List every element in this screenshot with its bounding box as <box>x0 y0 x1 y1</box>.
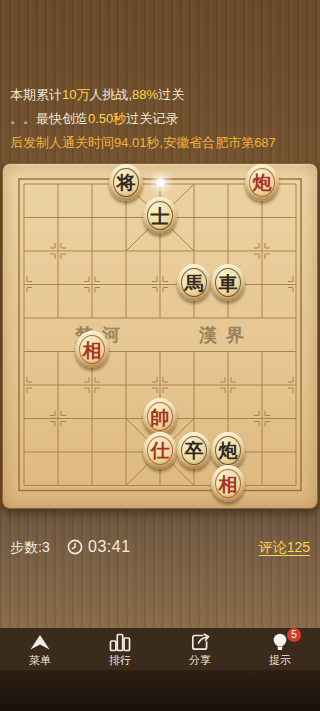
xiangqi-board[interactable]: 楚河 漢界 将炮士馬車相帥仕卒炮相 <box>2 163 318 509</box>
footer-dark-area <box>0 670 320 711</box>
game-screen: 本期累计10万人挑战,88%过关 。。最快创造0.50秒过关记录 后发制人通关时… <box>0 0 320 711</box>
comments-link[interactable]: 评论125 <box>259 536 310 558</box>
piece-character: 炮 <box>219 440 238 460</box>
ticker-highlight: 0.50秒 <box>88 111 126 126</box>
nav-item-share[interactable]: 分享 <box>160 628 240 670</box>
piece-character: 炮 <box>253 172 272 192</box>
ticker-text: 本期累计 <box>10 87 62 102</box>
steps-counter: 步数:3 <box>10 536 50 558</box>
ticker-line-record: 。。最快创造0.50秒过关记录 <box>0 107 320 131</box>
nav-label: 菜单 <box>29 653 51 667</box>
ticker-text: 人挑战, <box>89 87 132 102</box>
nav-item-menu[interactable]: 菜单 <box>0 628 80 670</box>
nav-item-hint[interactable]: 5 提示 <box>240 628 320 670</box>
piece-black-炮[interactable]: 炮 <box>211 432 245 469</box>
ticker-line-player-result: 后发制人通关时间94.01秒,安徽省合肥市第687 <box>0 131 320 155</box>
piece-character: 士 <box>151 206 170 226</box>
nav-label: 排行 <box>109 653 131 667</box>
piece-character: 馬 <box>185 273 204 293</box>
share-icon <box>190 632 211 652</box>
piece-character: 仕 <box>151 440 170 460</box>
ticker-highlight: 88% <box>132 87 158 102</box>
pieces-layer: 将炮士馬車相帥仕卒炮相 <box>7 168 313 503</box>
piece-red-相[interactable]: 相 <box>211 465 245 502</box>
ranking-chart-icon <box>109 632 131 652</box>
nav-label: 提示 <box>269 653 291 667</box>
wood-background-bottom <box>0 509 320 628</box>
ticker-text: 过关 <box>158 87 184 102</box>
ticker-line-challenge: 本期累计10万人挑战,88%过关 <box>0 83 320 107</box>
status-bar: 步数:3 03:41 评论125 <box>0 536 320 558</box>
ticker-highlight: 10万 <box>62 87 89 102</box>
piece-black-車[interactable]: 車 <box>211 264 245 301</box>
hint-count-badge: 5 <box>287 628 301 642</box>
piece-red-帥[interactable]: 帥 <box>143 398 177 435</box>
piece-character: 相 <box>219 474 238 494</box>
bottom-nav-bar: 菜单 排行 分享 <box>0 628 320 670</box>
hint-bulb-icon: 5 <box>270 632 290 652</box>
piece-black-卒[interactable]: 卒 <box>177 432 211 469</box>
piece-character: 帥 <box>151 407 170 427</box>
piece-red-相[interactable]: 相 <box>75 331 109 368</box>
piece-red-仕[interactable]: 仕 <box>143 432 177 469</box>
piece-character: 卒 <box>185 440 204 460</box>
menu-up-icon <box>29 632 51 652</box>
piece-black-士[interactable]: 士 <box>143 197 177 234</box>
clock-icon <box>67 539 83 559</box>
last-move-marker <box>155 177 166 188</box>
ticker-text: 。。最快创造 <box>10 111 88 126</box>
nav-item-ranking[interactable]: 排行 <box>80 628 160 670</box>
piece-black-馬[interactable]: 馬 <box>177 264 211 301</box>
piece-character: 将 <box>117 172 136 192</box>
ticker-area: 本期累计10万人挑战,88%过关 。。最快创造0.50秒过关记录 后发制人通关时… <box>0 83 320 155</box>
piece-red-炮[interactable]: 炮 <box>245 164 279 201</box>
elapsed-time: 03:41 <box>88 536 131 558</box>
ticker-text: 过关记录 <box>126 111 178 126</box>
piece-black-将[interactable]: 将 <box>109 164 143 201</box>
piece-character: 相 <box>83 340 102 360</box>
nav-label: 分享 <box>189 653 211 667</box>
piece-character: 車 <box>219 273 238 293</box>
